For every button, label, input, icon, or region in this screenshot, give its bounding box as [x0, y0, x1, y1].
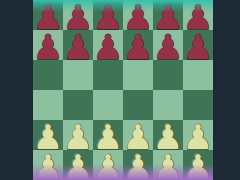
square-d2[interactable]: ♟ — [123, 120, 153, 150]
square-b6[interactable]: ♟ — [63, 0, 93, 30]
square-a1[interactable]: ♟ — [33, 150, 63, 180]
square-c5[interactable]: ♟ — [93, 30, 123, 60]
maroon-pawn[interactable]: ♟ — [33, 32, 63, 62]
app-background: ♟♟♟♟♟♟♟♟♟♟♟♟♟♟♟♟♟♟♟♟♟♟♟♟ — [0, 0, 240, 180]
square-f6[interactable]: ♟ — [183, 0, 213, 30]
square-c2[interactable]: ♟ — [93, 120, 123, 150]
square-c6[interactable]: ♟ — [93, 0, 123, 30]
pale-pawn[interactable]: ♟ — [153, 152, 183, 180]
square-a6[interactable]: ♟ — [33, 0, 63, 30]
pale-pawn[interactable]: ♟ — [63, 152, 93, 180]
maroon-pawn[interactable]: ♟ — [63, 32, 93, 62]
square-f3[interactable] — [183, 90, 213, 120]
maroon-pawn[interactable]: ♟ — [123, 32, 153, 62]
square-e3[interactable] — [153, 90, 183, 120]
square-f1[interactable]: ♟ — [183, 150, 213, 180]
square-b3[interactable] — [63, 90, 93, 120]
square-c3[interactable] — [93, 90, 123, 120]
maroon-pawn[interactable]: ♟ — [153, 32, 183, 62]
square-b5[interactable]: ♟ — [63, 30, 93, 60]
pale-pawn[interactable]: ♟ — [33, 152, 63, 180]
square-d3[interactable] — [123, 90, 153, 120]
pale-pawn[interactable]: ♟ — [123, 152, 153, 180]
square-e5[interactable]: ♟ — [153, 30, 183, 60]
maroon-pawn[interactable]: ♟ — [93, 32, 123, 62]
pale-pawn[interactable]: ♟ — [93, 152, 123, 180]
square-f5[interactable]: ♟ — [183, 30, 213, 60]
square-a2[interactable]: ♟ — [33, 120, 63, 150]
pale-pawn[interactable]: ♟ — [183, 152, 213, 180]
maroon-pawn[interactable]: ♟ — [183, 32, 213, 62]
square-d6[interactable]: ♟ — [123, 0, 153, 30]
square-f2[interactable]: ♟ — [183, 120, 213, 150]
square-b1[interactable]: ♟ — [63, 150, 93, 180]
square-a5[interactable]: ♟ — [33, 30, 63, 60]
square-c1[interactable]: ♟ — [93, 150, 123, 180]
square-d1[interactable]: ♟ — [123, 150, 153, 180]
square-b2[interactable]: ♟ — [63, 120, 93, 150]
square-d5[interactable]: ♟ — [123, 30, 153, 60]
board: ♟♟♟♟♟♟♟♟♟♟♟♟♟♟♟♟♟♟♟♟♟♟♟♟ — [33, 0, 213, 180]
square-a3[interactable] — [33, 90, 63, 120]
square-e6[interactable]: ♟ — [153, 0, 183, 30]
square-e1[interactable]: ♟ — [153, 150, 183, 180]
square-e2[interactable]: ♟ — [153, 120, 183, 150]
